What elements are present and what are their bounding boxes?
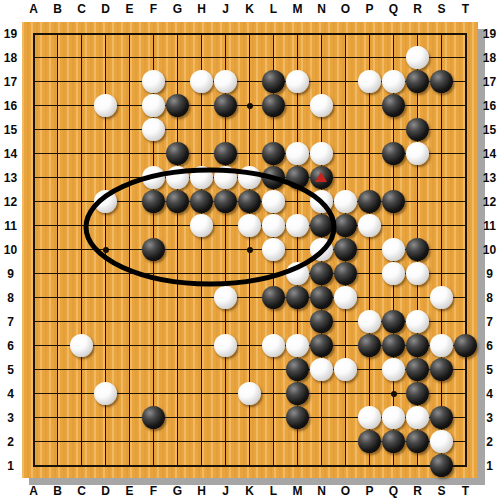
col-label-top-P: P xyxy=(365,2,373,16)
col-label-top-R: R xyxy=(413,2,422,16)
white-stone-Q10[interactable] xyxy=(382,238,405,261)
col-label-bottom-T: T xyxy=(462,484,469,498)
white-stone-L11[interactable] xyxy=(262,214,285,237)
black-stone-M4[interactable] xyxy=(286,382,309,405)
black-stone-P12[interactable] xyxy=(358,190,381,213)
col-label-top-D: D xyxy=(101,2,110,16)
white-stone-Q9[interactable] xyxy=(382,262,405,285)
row-label-left-8: 8 xyxy=(7,291,14,305)
black-stone-M3[interactable] xyxy=(286,406,309,429)
col-label-bottom-B: B xyxy=(53,484,62,498)
col-label-bottom-J: J xyxy=(222,484,229,498)
white-stone-O12[interactable] xyxy=(334,190,357,213)
white-stone-N10[interactable] xyxy=(310,238,333,261)
white-stone-G13[interactable] xyxy=(166,166,189,189)
row-label-left-18: 18 xyxy=(4,51,17,65)
black-stone-N8[interactable] xyxy=(310,286,333,309)
black-stone-S3[interactable] xyxy=(430,406,453,429)
white-stone-K11[interactable] xyxy=(238,214,261,237)
black-stone-F3[interactable] xyxy=(142,406,165,429)
row-label-right-18: 18 xyxy=(483,51,496,65)
white-stone-M14[interactable] xyxy=(286,142,309,165)
black-stone-Q2[interactable] xyxy=(382,430,405,453)
col-label-top-O: O xyxy=(341,2,350,16)
row-label-left-15: 15 xyxy=(4,123,17,137)
black-stone-L14[interactable] xyxy=(262,142,285,165)
black-stone-G14[interactable] xyxy=(166,142,189,165)
col-label-top-S: S xyxy=(437,2,445,16)
col-label-bottom-N: N xyxy=(317,484,326,498)
row-label-right-13: 13 xyxy=(483,171,496,185)
white-stone-H17[interactable] xyxy=(190,70,213,93)
white-stone-D16[interactable] xyxy=(94,94,117,117)
col-label-bottom-O: O xyxy=(341,484,350,498)
row-label-left-9: 9 xyxy=(7,267,14,281)
white-stone-P17[interactable] xyxy=(358,70,381,93)
row-label-left-4: 4 xyxy=(7,387,14,401)
row-label-left-3: 3 xyxy=(7,411,14,425)
black-stone-Q6[interactable] xyxy=(382,334,405,357)
black-stone-S17[interactable] xyxy=(430,70,453,93)
row-label-right-6: 6 xyxy=(486,339,493,353)
white-stone-Q3[interactable] xyxy=(382,406,405,429)
white-stone-M6[interactable] xyxy=(286,334,309,357)
white-stone-K13[interactable] xyxy=(238,166,261,189)
black-stone-N11[interactable] xyxy=(310,214,333,237)
row-label-right-8: 8 xyxy=(486,291,493,305)
black-stone-Q14[interactable] xyxy=(382,142,405,165)
black-stone-N7[interactable] xyxy=(310,310,333,333)
black-stone-M13[interactable] xyxy=(286,166,309,189)
black-stone-R5[interactable] xyxy=(406,358,429,381)
white-stone-P7[interactable] xyxy=(358,310,381,333)
white-stone-H11[interactable] xyxy=(190,214,213,237)
white-stone-D12[interactable] xyxy=(94,190,117,213)
white-stone-P3[interactable] xyxy=(358,406,381,429)
col-label-bottom-L: L xyxy=(270,484,277,498)
white-stone-Q17[interactable] xyxy=(382,70,405,93)
black-stone-N6[interactable] xyxy=(310,334,333,357)
row-label-left-14: 14 xyxy=(4,147,17,161)
star-point-K10 xyxy=(247,247,253,253)
col-label-top-A: A xyxy=(29,2,38,16)
white-stone-N16[interactable] xyxy=(310,94,333,117)
col-label-top-B: B xyxy=(53,2,62,16)
black-stone-J12[interactable] xyxy=(214,190,237,213)
white-stone-S2[interactable] xyxy=(430,430,453,453)
col-label-top-C: C xyxy=(77,2,86,16)
col-label-top-L: L xyxy=(270,2,277,16)
row-label-left-7: 7 xyxy=(7,315,14,329)
white-stone-F15[interactable] xyxy=(142,118,165,141)
col-label-bottom-R: R xyxy=(413,484,422,498)
white-stone-F13[interactable] xyxy=(142,166,165,189)
black-stone-F10[interactable] xyxy=(142,238,165,261)
row-label-right-15: 15 xyxy=(483,123,496,137)
goban[interactable] xyxy=(22,22,478,478)
row-label-right-4: 4 xyxy=(486,387,493,401)
white-stone-O5[interactable] xyxy=(334,358,357,381)
col-label-top-J: J xyxy=(222,2,229,16)
col-label-top-Q: Q xyxy=(389,2,398,16)
white-stone-S8[interactable] xyxy=(430,286,453,309)
black-stone-L17[interactable] xyxy=(262,70,285,93)
white-stone-N5[interactable] xyxy=(310,358,333,381)
black-stone-Q7[interactable] xyxy=(382,310,405,333)
row-label-left-13: 13 xyxy=(4,171,17,185)
white-stone-M11[interactable] xyxy=(286,214,309,237)
white-stone-J6[interactable] xyxy=(214,334,237,357)
go-diagram: AABBCCDDEEFFGGHHJJKKLLMMNNOOPPQQRRSSTT19… xyxy=(0,0,500,500)
row-label-right-3: 3 xyxy=(486,411,493,425)
black-stone-P2[interactable] xyxy=(358,430,381,453)
black-stone-R2[interactable] xyxy=(406,430,429,453)
col-label-top-K: K xyxy=(245,2,254,16)
black-stone-R15[interactable] xyxy=(406,118,429,141)
col-label-bottom-S: S xyxy=(437,484,445,498)
col-label-bottom-A: A xyxy=(29,484,38,498)
row-label-right-11: 11 xyxy=(483,219,496,233)
white-stone-Q5[interactable] xyxy=(382,358,405,381)
col-label-top-G: G xyxy=(173,2,182,16)
white-stone-H13[interactable] xyxy=(190,166,213,189)
black-stone-Q12[interactable] xyxy=(382,190,405,213)
row-label-right-7: 7 xyxy=(486,315,493,329)
black-stone-L16[interactable] xyxy=(262,94,285,117)
white-stone-L10[interactable] xyxy=(262,238,285,261)
white-stone-S6[interactable] xyxy=(430,334,453,357)
row-label-right-5: 5 xyxy=(486,363,493,377)
white-stone-K4[interactable] xyxy=(238,382,261,405)
white-stone-J17[interactable] xyxy=(214,70,237,93)
col-label-bottom-F: F xyxy=(150,484,157,498)
row-label-left-12: 12 xyxy=(4,195,17,209)
white-stone-R18[interactable] xyxy=(406,46,429,69)
col-label-top-F: F xyxy=(150,2,157,16)
white-stone-F16[interactable] xyxy=(142,94,165,117)
white-stone-M9[interactable] xyxy=(286,262,309,285)
grid-line-vertical xyxy=(441,34,442,466)
black-stone-O10[interactable] xyxy=(334,238,357,261)
black-stone-O11[interactable] xyxy=(334,214,357,237)
black-stone-J14[interactable] xyxy=(214,142,237,165)
black-stone-O9[interactable] xyxy=(334,262,357,285)
row-label-left-11: 11 xyxy=(4,219,17,233)
white-stone-F17[interactable] xyxy=(142,70,165,93)
white-stone-D4[interactable] xyxy=(94,382,117,405)
white-stone-C6[interactable] xyxy=(70,334,93,357)
black-stone-R17[interactable] xyxy=(406,70,429,93)
black-stone-R10[interactable] xyxy=(406,238,429,261)
black-stone-H12[interactable] xyxy=(190,190,213,213)
row-label-right-14: 14 xyxy=(483,147,496,161)
white-stone-R9[interactable] xyxy=(406,262,429,285)
white-stone-N14[interactable] xyxy=(310,142,333,165)
row-label-right-10: 10 xyxy=(483,243,496,257)
row-label-left-5: 5 xyxy=(7,363,14,377)
black-stone-J16[interactable] xyxy=(214,94,237,117)
white-stone-R3[interactable] xyxy=(406,406,429,429)
row-label-left-2: 2 xyxy=(7,435,14,449)
black-stone-P6[interactable] xyxy=(358,334,381,357)
black-stone-F12[interactable] xyxy=(142,190,165,213)
star-point-Q4 xyxy=(391,391,397,397)
black-stone-M8[interactable] xyxy=(286,286,309,309)
white-stone-M17[interactable] xyxy=(286,70,309,93)
col-label-bottom-K: K xyxy=(245,484,254,498)
white-stone-N12[interactable] xyxy=(310,190,333,213)
white-stone-J8[interactable] xyxy=(214,286,237,309)
row-label-right-17: 17 xyxy=(483,75,496,89)
black-stone-N9[interactable] xyxy=(310,262,333,285)
col-label-bottom-M: M xyxy=(293,484,303,498)
black-stone-T6[interactable] xyxy=(454,334,477,357)
col-label-bottom-P: P xyxy=(365,484,373,498)
white-stone-R14[interactable] xyxy=(406,142,429,165)
row-label-right-16: 16 xyxy=(483,99,496,113)
col-label-bottom-G: G xyxy=(173,484,182,498)
white-stone-J13[interactable] xyxy=(214,166,237,189)
row-label-left-19: 19 xyxy=(4,27,17,41)
black-stone-R4[interactable] xyxy=(406,382,429,405)
grid-line-horizontal xyxy=(34,297,466,298)
black-stone-R6[interactable] xyxy=(406,334,429,357)
black-stone-K12[interactable] xyxy=(238,190,261,213)
grid-line-vertical xyxy=(369,34,370,466)
row-label-left-6: 6 xyxy=(7,339,14,353)
black-stone-L8[interactable] xyxy=(262,286,285,309)
col-label-top-H: H xyxy=(197,2,206,16)
col-label-top-N: N xyxy=(317,2,326,16)
col-label-top-E: E xyxy=(125,2,133,16)
row-label-right-12: 12 xyxy=(483,195,496,209)
row-label-right-9: 9 xyxy=(486,267,493,281)
white-stone-L12[interactable] xyxy=(262,190,285,213)
col-label-bottom-C: C xyxy=(77,484,86,498)
black-stone-L13[interactable] xyxy=(262,166,285,189)
black-stone-S1[interactable] xyxy=(430,454,453,477)
black-stone-S5[interactable] xyxy=(430,358,453,381)
row-label-left-1: 1 xyxy=(7,459,14,473)
white-stone-P11[interactable] xyxy=(358,214,381,237)
black-stone-Q16[interactable] xyxy=(382,94,405,117)
col-label-bottom-E: E xyxy=(125,484,133,498)
white-stone-R7[interactable] xyxy=(406,310,429,333)
col-label-bottom-H: H xyxy=(197,484,206,498)
triangle-marker-N13 xyxy=(315,172,327,182)
black-stone-G16[interactable] xyxy=(166,94,189,117)
white-stone-L6[interactable] xyxy=(262,334,285,357)
row-label-left-16: 16 xyxy=(4,99,17,113)
row-label-right-1: 1 xyxy=(486,459,493,473)
col-label-bottom-D: D xyxy=(101,484,110,498)
black-stone-G12[interactable] xyxy=(166,190,189,213)
star-point-D10 xyxy=(103,247,109,253)
row-label-left-17: 17 xyxy=(4,75,17,89)
star-point-K16 xyxy=(247,103,253,109)
row-label-right-19: 19 xyxy=(483,27,496,41)
row-label-right-2: 2 xyxy=(486,435,493,449)
black-stone-M5[interactable] xyxy=(286,358,309,381)
row-label-left-10: 10 xyxy=(4,243,17,257)
white-stone-O8[interactable] xyxy=(334,286,357,309)
col-label-top-T: T xyxy=(462,2,469,16)
col-label-bottom-Q: Q xyxy=(389,484,398,498)
col-label-top-M: M xyxy=(293,2,303,16)
